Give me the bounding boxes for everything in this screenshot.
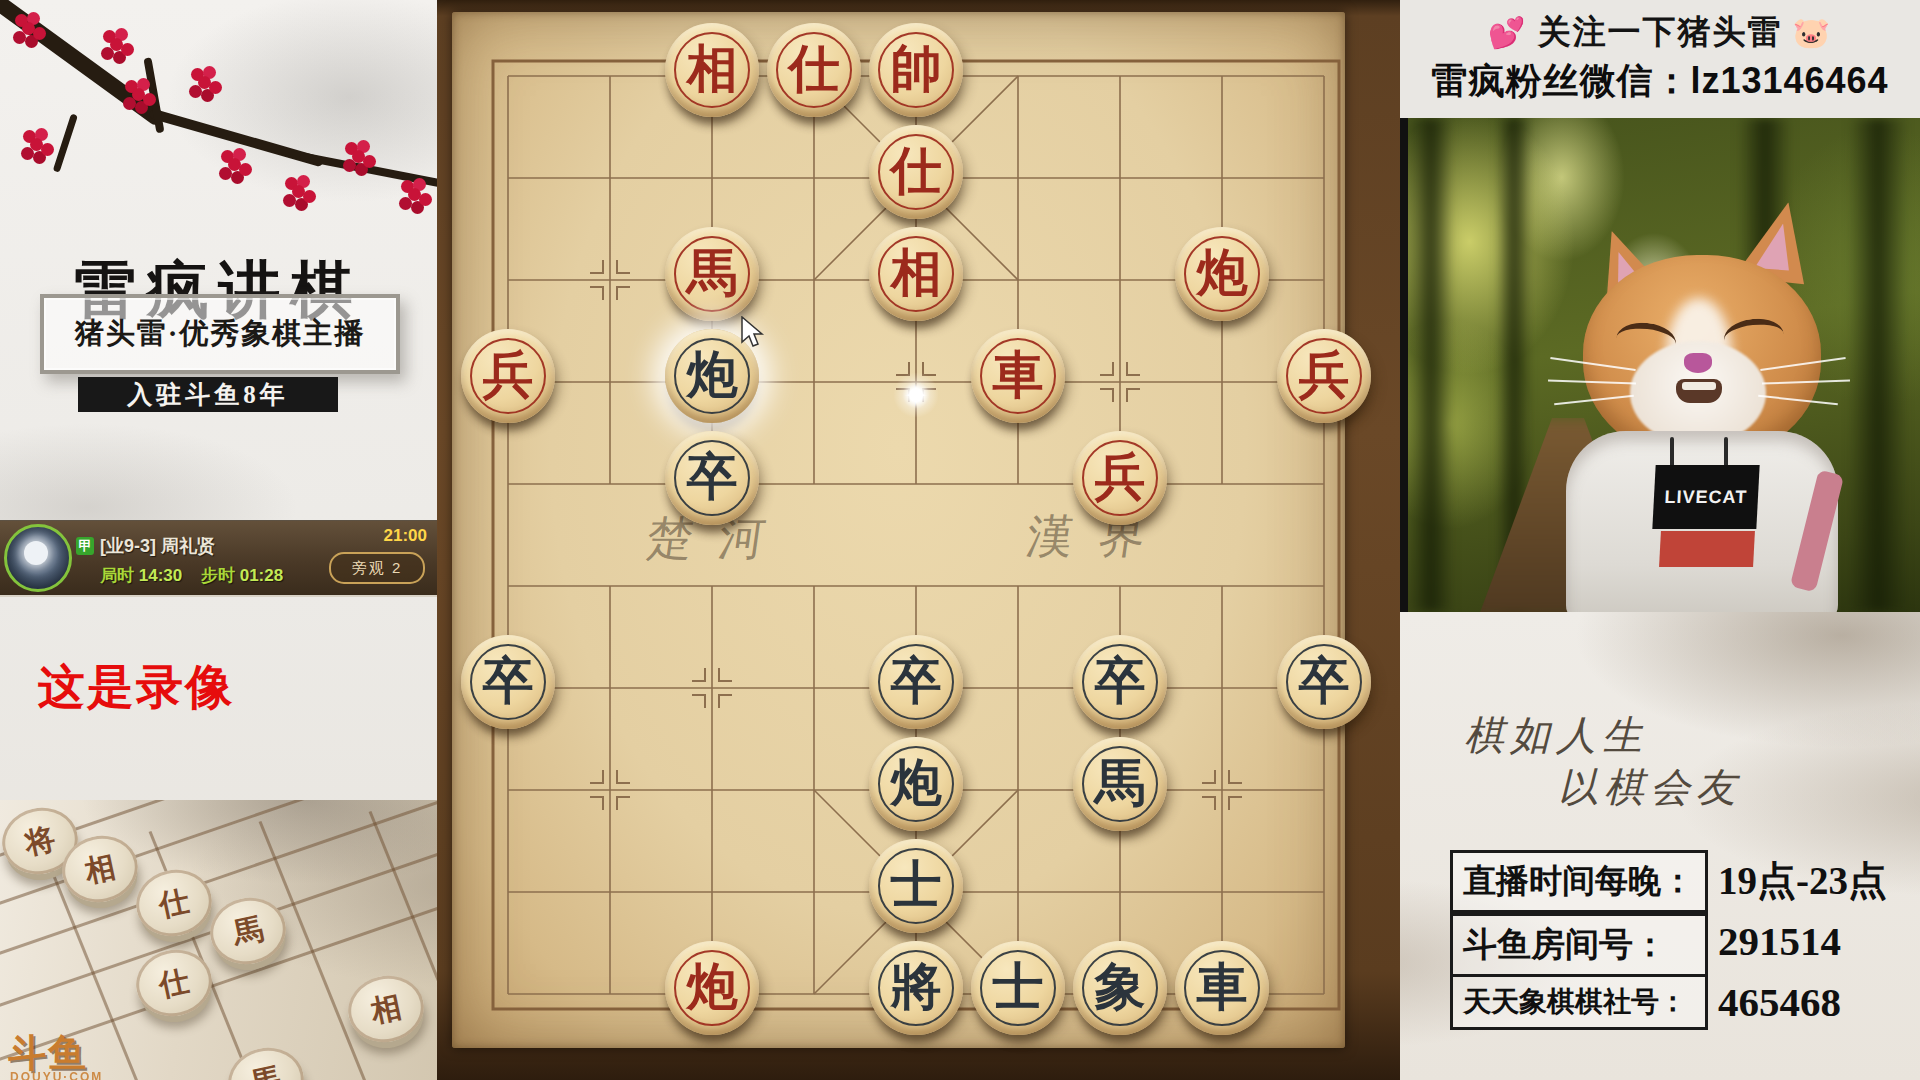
piece-character: 炮: [1197, 248, 1248, 299]
stream-screen: 雷疯讲棋 猪头雷·优秀象棋主播 入驻斗鱼8年 甲 [业9-3] 周礼贤 局时 1…: [0, 0, 1920, 1080]
subtitle-text: 猪头雷·优秀象棋主播: [75, 314, 366, 354]
piece-black-卒[interactable]: 卒: [1073, 635, 1167, 729]
piece-character: 卒: [483, 656, 534, 707]
piece-character: 象: [1095, 962, 1146, 1013]
piece-character: 炮: [687, 962, 738, 1013]
photo-piece-仕: 仕: [130, 863, 218, 943]
schedule-value: 19点-23点: [1718, 854, 1887, 908]
piece-red-兵[interactable]: 兵: [461, 329, 555, 423]
photo-piece-馬: 馬: [204, 891, 292, 971]
recording-notice: 这是录像: [38, 656, 234, 719]
room-label: 斗鱼房间号：: [1450, 913, 1708, 977]
piece-character: 卒: [1095, 656, 1146, 707]
piece-black-士[interactable]: 士: [971, 941, 1065, 1035]
left-banner-panel: 雷疯讲棋 猪头雷·优秀象棋主播 入驻斗鱼8年 甲 [业9-3] 周礼贤 局时 1…: [0, 0, 437, 1080]
player-avatar[interactable]: [4, 524, 72, 592]
piece-red-兵[interactable]: 兵: [1073, 431, 1167, 525]
piece-red-相[interactable]: 相: [869, 227, 963, 321]
info-row-club: 天天象棋棋社号： 465468: [1450, 974, 1708, 1030]
piece-character: 車: [993, 350, 1044, 401]
motto-line1: 棋如人生: [1464, 708, 1648, 763]
cat-hoodie: LIVECAT: [1566, 431, 1838, 612]
game-time-value: 14:30: [139, 566, 182, 585]
piece-black-卒[interactable]: 卒: [869, 635, 963, 729]
cat-nose: [1684, 353, 1712, 373]
photo-piece-character: 将: [21, 818, 59, 864]
piece-red-仕[interactable]: 仕: [767, 23, 861, 117]
info-row-schedule: 直播时间每晚： 19点-23点: [1450, 850, 1708, 913]
piece-character: 仕: [891, 146, 942, 197]
rank-badge: 甲: [76, 537, 94, 555]
piece-character: 兵: [1095, 452, 1146, 503]
piece-black-車[interactable]: 車: [1175, 941, 1269, 1035]
hoodie-text: LIVECAT: [1664, 487, 1748, 508]
spectators-pill[interactable]: 旁观 2: [329, 552, 425, 584]
game-time-label: 局时: [100, 566, 134, 585]
piece-character: 相: [891, 248, 942, 299]
piece-character: 車: [1197, 962, 1248, 1013]
piece-character: 士: [891, 860, 942, 911]
stream-info-panel: 棋如人生 以棋会友 直播时间每晚： 19点-23点 斗鱼房间号： 291514 …: [1400, 612, 1920, 1080]
cat-mouth: [1676, 379, 1722, 403]
piece-red-兵[interactable]: 兵: [1277, 329, 1371, 423]
piece-character: 馬: [1095, 758, 1146, 809]
piece-black-馬[interactable]: 馬: [1073, 737, 1167, 831]
piece-character: 卒: [1299, 656, 1350, 707]
piece-character: 將: [891, 962, 942, 1013]
piece-character: 帥: [891, 44, 942, 95]
photo-piece-character: 仕: [155, 880, 193, 926]
xiangqi-board-area: 楚河 漢界 ✦ 相仕帥仕馬相炮兵炮車兵卒兵卒卒卒卒炮馬士炮將士象車: [437, 0, 1400, 1080]
follow-text: 关注一下猪头雷: [1538, 13, 1783, 50]
piece-black-士[interactable]: 士: [869, 839, 963, 933]
piece-character: 炮: [687, 350, 738, 401]
subtitle-box: 猪头雷·优秀象棋主播: [40, 294, 400, 374]
follow-bar: 💕关注一下猪头雷🐷 雷疯粉丝微信：lz13146464: [1400, 0, 1920, 118]
piece-red-炮[interactable]: 炮: [665, 941, 759, 1035]
schedule-label: 直播时间每晚：: [1450, 850, 1708, 913]
follow-line: 💕关注一下猪头雷🐷: [1400, 10, 1920, 55]
douyu-watermark-sub: DOUYU·COM: [10, 1070, 103, 1080]
piece-character: 士: [993, 962, 1044, 1013]
piece-character: 卒: [891, 656, 942, 707]
piece-red-炮[interactable]: 炮: [1175, 227, 1269, 321]
wechat-line: 雷疯粉丝微信：lz13146464: [1400, 57, 1920, 106]
mouse-cursor: [740, 316, 768, 348]
club-label: 天天象棋棋社号：: [1450, 974, 1708, 1030]
piece-black-將[interactable]: 將: [869, 941, 963, 1035]
cat-character: LIVECAT: [1578, 203, 1828, 612]
douyu-years-banner: 入驻斗鱼8年: [78, 377, 338, 412]
piece-black-炮[interactable]: 炮: [869, 737, 963, 831]
piece-red-相[interactable]: 相: [665, 23, 759, 117]
piece-character: 炮: [891, 758, 942, 809]
photo-piece-character: 馬: [247, 1058, 285, 1080]
move-time-value: 01:28: [240, 566, 283, 585]
move-target-sparkle: ✦: [893, 372, 939, 418]
piece-character: 兵: [1299, 350, 1350, 401]
motto-line2: 以棋会友: [1558, 760, 1742, 815]
piece-red-仕[interactable]: 仕: [869, 125, 963, 219]
photo-piece-character: 相: [367, 986, 405, 1032]
piece-red-車[interactable]: 車: [971, 329, 1065, 423]
photo-piece-character: 相: [81, 846, 119, 892]
move-time-label: 步时: [201, 566, 235, 585]
piece-black-卒[interactable]: 卒: [665, 431, 759, 525]
photo-piece-character: 馬: [229, 908, 267, 954]
right-banner-panel: 💕关注一下猪头雷🐷 雷疯粉丝微信：lz13146464: [1400, 0, 1920, 1080]
piece-black-卒[interactable]: 卒: [1277, 635, 1371, 729]
time-line: 局时 14:30 步时 01:28: [100, 564, 297, 587]
piece-red-帥[interactable]: 帥: [869, 23, 963, 117]
piece-character: 相: [687, 44, 738, 95]
wall-clock: 21:00: [384, 526, 427, 546]
piece-black-象[interactable]: 象: [1073, 941, 1167, 1035]
room-value: 291514: [1718, 917, 1841, 965]
piece-red-馬[interactable]: 馬: [665, 227, 759, 321]
info-row-room: 斗鱼房间号： 291514: [1450, 913, 1708, 977]
piece-black-卒[interactable]: 卒: [461, 635, 555, 729]
piece-character: 馬: [687, 248, 738, 299]
club-value: 465468: [1718, 978, 1841, 1026]
pig-icon: 🐷: [1793, 16, 1832, 49]
piece-character: 卒: [687, 452, 738, 503]
piece-character: 兵: [483, 350, 534, 401]
player-name: [业9-3] 周礼贤: [100, 534, 215, 558]
hearts-icon: 💕: [1488, 16, 1527, 49]
player-info-bar: 甲 [业9-3] 周礼贤 局时 14:30 步时 01:28 21:00 旁观 …: [0, 520, 437, 597]
cat-avatar-video: LIVECAT: [1408, 118, 1920, 612]
hoodie-patch: LIVECAT: [1652, 465, 1759, 529]
xiangqi-photo-art: 将相仕馬仕相馬 斗鱼 DOUYU·COM: [0, 800, 437, 1080]
photo-piece-character: 仕: [155, 960, 193, 1006]
piece-character: 仕: [789, 44, 840, 95]
photo-piece-相: 相: [342, 969, 430, 1049]
